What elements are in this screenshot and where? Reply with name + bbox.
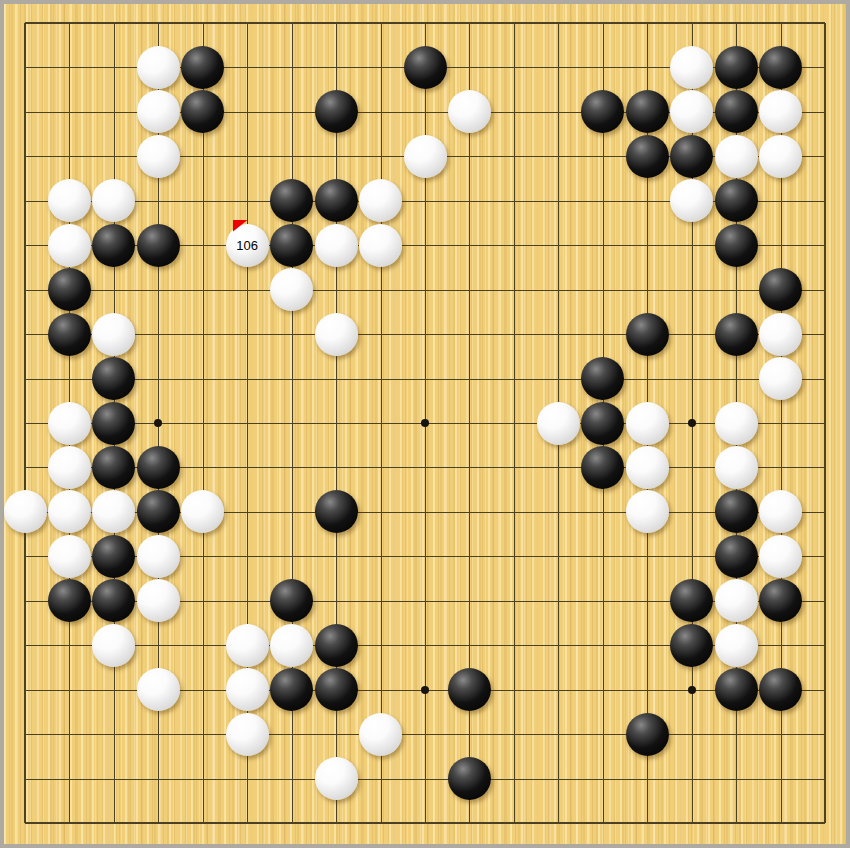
stone-white[interactable] (759, 357, 802, 400)
stone-black[interactable] (715, 224, 758, 267)
grid-line-horizontal (25, 822, 825, 824)
stone-white[interactable] (626, 446, 669, 489)
stone-white[interactable] (270, 268, 313, 311)
stone-white[interactable] (404, 135, 447, 178)
stone-white[interactable] (48, 402, 91, 445)
stone-white[interactable] (48, 179, 91, 222)
stone-black[interactable] (92, 535, 135, 578)
stone-black[interactable] (315, 90, 358, 133)
stone-white[interactable] (226, 624, 269, 667)
stone-black[interactable] (715, 90, 758, 133)
stone-black[interactable] (315, 490, 358, 533)
stone-white[interactable] (359, 713, 402, 756)
star-point (421, 419, 429, 427)
stone-black[interactable] (581, 90, 624, 133)
stone-white[interactable] (670, 179, 713, 222)
stone-black[interactable] (626, 313, 669, 356)
stone-white[interactable] (226, 668, 269, 711)
stone-black[interactable] (92, 446, 135, 489)
stone-black[interactable] (92, 579, 135, 622)
stone-black[interactable] (315, 179, 358, 222)
stone-white[interactable] (670, 46, 713, 89)
stone-black[interactable] (48, 579, 91, 622)
stone-black[interactable] (48, 313, 91, 356)
stone-black[interactable] (270, 579, 313, 622)
stone-white[interactable] (48, 535, 91, 578)
star-point (688, 686, 696, 694)
stone-white[interactable] (48, 446, 91, 489)
stone-white[interactable] (759, 535, 802, 578)
stone-black[interactable] (759, 579, 802, 622)
stone-black[interactable] (670, 135, 713, 178)
board-grid[interactable]: 106 (25, 23, 825, 823)
stone-black[interactable] (137, 446, 180, 489)
stone-white[interactable] (759, 135, 802, 178)
stone-white[interactable] (92, 624, 135, 667)
move-number-label: 106 (226, 224, 269, 267)
go-board[interactable]: 106 (4, 4, 846, 844)
stone-white[interactable] (226, 713, 269, 756)
stone-black[interactable] (181, 46, 224, 89)
stone-black[interactable] (404, 46, 447, 89)
stone-white[interactable] (181, 490, 224, 533)
stone-black[interactable] (715, 668, 758, 711)
stone-white[interactable] (759, 490, 802, 533)
stone-white[interactable] (626, 402, 669, 445)
stone-black[interactable] (715, 179, 758, 222)
stone-white[interactable] (137, 535, 180, 578)
stone-white[interactable] (715, 135, 758, 178)
stone-white[interactable] (759, 313, 802, 356)
stone-black[interactable] (670, 624, 713, 667)
stone-black[interactable] (759, 268, 802, 311)
stone-black[interactable] (92, 224, 135, 267)
stone-white[interactable] (715, 446, 758, 489)
stone-black[interactable] (581, 402, 624, 445)
stone-black[interactable] (315, 668, 358, 711)
stone-black[interactable] (137, 490, 180, 533)
stone-white[interactable] (715, 579, 758, 622)
stone-black[interactable] (448, 668, 491, 711)
stone-white[interactable] (137, 579, 180, 622)
stone-black[interactable] (181, 90, 224, 133)
stone-white[interactable] (359, 179, 402, 222)
star-point (688, 419, 696, 427)
stone-white[interactable] (626, 490, 669, 533)
stone-white[interactable] (315, 313, 358, 356)
stone-white[interactable] (92, 313, 135, 356)
stone-white[interactable] (270, 624, 313, 667)
stone-black[interactable] (48, 268, 91, 311)
stone-white[interactable] (137, 668, 180, 711)
stone-black[interactable] (448, 757, 491, 800)
stone-black[interactable] (759, 46, 802, 89)
stone-black[interactable] (270, 668, 313, 711)
stone-black[interactable] (270, 224, 313, 267)
stone-black[interactable] (670, 579, 713, 622)
stone-black[interactable] (92, 402, 135, 445)
stone-white[interactable] (92, 490, 135, 533)
stone-white[interactable]: 106 (226, 224, 269, 267)
stone-black[interactable] (759, 668, 802, 711)
stone-black[interactable] (715, 535, 758, 578)
star-point (421, 686, 429, 694)
stone-white[interactable] (759, 90, 802, 133)
stone-white[interactable] (137, 135, 180, 178)
stone-black[interactable] (92, 357, 135, 400)
stone-white[interactable] (48, 490, 91, 533)
stone-white[interactable] (359, 224, 402, 267)
screenshot-root: { "game": "go", "board_size": 19, "marke… (0, 0, 850, 848)
stone-black[interactable] (270, 179, 313, 222)
stone-black[interactable] (626, 90, 669, 133)
stone-white[interactable] (448, 90, 491, 133)
stone-white[interactable] (715, 624, 758, 667)
stone-black[interactable] (581, 446, 624, 489)
stone-white[interactable] (4, 490, 47, 533)
stone-white[interactable] (48, 224, 91, 267)
stone-white[interactable] (137, 46, 180, 89)
grid-line-horizontal (25, 734, 825, 735)
stone-black[interactable] (715, 46, 758, 89)
stone-black[interactable] (626, 135, 669, 178)
grid-line-vertical (514, 23, 515, 823)
stone-black[interactable] (715, 313, 758, 356)
grid-line-vertical (824, 23, 826, 823)
stone-white[interactable] (537, 402, 580, 445)
stone-white[interactable] (670, 90, 713, 133)
stone-black[interactable] (315, 624, 358, 667)
stone-white[interactable] (315, 224, 358, 267)
stone-white[interactable] (715, 402, 758, 445)
stone-white[interactable] (92, 179, 135, 222)
grid-line-horizontal (25, 779, 825, 780)
stone-black[interactable] (581, 357, 624, 400)
stone-black[interactable] (626, 713, 669, 756)
stone-black[interactable] (137, 224, 180, 267)
stone-black[interactable] (715, 490, 758, 533)
stone-white[interactable] (315, 757, 358, 800)
star-point (154, 419, 162, 427)
stone-white[interactable] (137, 90, 180, 133)
